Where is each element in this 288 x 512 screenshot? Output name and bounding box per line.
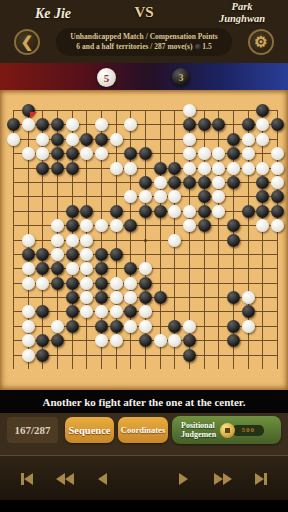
black-stone — [66, 205, 79, 218]
white-stone — [183, 147, 196, 160]
black-stone — [66, 291, 79, 304]
black-stone — [110, 248, 123, 261]
black-stone — [154, 205, 167, 218]
hoshi-point — [144, 239, 147, 242]
white-stone — [154, 176, 167, 189]
black-stone — [139, 176, 152, 189]
coin-icon — [220, 423, 235, 438]
black-stone — [51, 277, 64, 290]
white-stone — [242, 133, 255, 146]
move-counter: 167/287 — [7, 417, 58, 443]
black-stone — [80, 133, 93, 146]
white-stone — [271, 219, 284, 232]
gear-icon: ⚙ — [254, 33, 267, 51]
white-stone — [51, 320, 64, 333]
white-stone — [183, 133, 196, 146]
white-stone — [110, 334, 123, 347]
black-stone — [271, 190, 284, 203]
white-stone — [36, 147, 49, 160]
white-stone — [256, 118, 269, 131]
black-stone — [51, 262, 64, 275]
black-stone — [242, 305, 255, 318]
komi-stone-icon — [195, 44, 201, 50]
white-stone — [51, 219, 64, 232]
fast-forward-icon — [214, 473, 223, 485]
white-stone — [256, 162, 269, 175]
match-info-line2: 6 and a half territories / 287 move(s) 1… — [76, 42, 211, 52]
white-stone — [110, 305, 123, 318]
white-stone — [183, 320, 196, 333]
black-stone — [66, 147, 79, 160]
skip-to-end-icon — [255, 473, 264, 485]
black-stone — [51, 334, 64, 347]
white-stone — [7, 133, 20, 146]
black-stone — [36, 334, 49, 347]
white-stone — [242, 291, 255, 304]
white-stone — [110, 291, 123, 304]
white-stone — [22, 349, 35, 362]
black-stone — [168, 176, 181, 189]
commentary-bar: Another ko fight after the one at the ce… — [0, 390, 288, 413]
black-stone — [212, 118, 225, 131]
black-stone — [36, 305, 49, 318]
black-stone — [256, 190, 269, 203]
playback-bar: 5 1 1 5 — [0, 455, 288, 501]
black-stone — [139, 277, 152, 290]
white-stone — [124, 162, 137, 175]
chevron-left-icon: ❮ — [21, 33, 34, 51]
white-stone — [154, 334, 167, 347]
white-stone — [139, 305, 152, 318]
white-stone — [36, 133, 49, 146]
white-stone — [154, 190, 167, 203]
white-stone — [80, 248, 93, 261]
white-stone — [124, 118, 137, 131]
right-player-name: Park Junghwan — [198, 1, 286, 25]
black-stone — [227, 147, 240, 160]
white-stone — [95, 305, 108, 318]
forward-1-button[interactable] — [177, 456, 189, 501]
white-stone — [80, 147, 93, 160]
white-stone — [22, 234, 35, 247]
white-capture-count: 5 — [104, 72, 110, 84]
white-stone — [110, 277, 123, 290]
white-stone — [242, 320, 255, 333]
forward-icon — [179, 473, 188, 485]
black-stone — [139, 205, 152, 218]
black-stone — [168, 162, 181, 175]
black-stone — [154, 291, 167, 304]
white-stone — [124, 320, 137, 333]
black-stone — [271, 118, 284, 131]
black-stone — [66, 248, 79, 261]
black-stone — [110, 320, 123, 333]
black-stone — [183, 118, 196, 131]
black-stone — [271, 205, 284, 218]
black-stone — [51, 133, 64, 146]
black-stone — [183, 349, 196, 362]
white-stone — [168, 234, 181, 247]
black-stone — [66, 320, 79, 333]
black-stone — [198, 176, 211, 189]
white-stone — [198, 147, 211, 160]
white-stone — [110, 219, 123, 232]
black-stone — [36, 162, 49, 175]
toolbar: 167/287 Sequence Coordinates Positional … — [0, 413, 288, 455]
black-stone — [227, 176, 240, 189]
white-stone — [212, 176, 225, 189]
player-bar: ✦ ✦ — [0, 63, 288, 90]
black-stone — [22, 248, 35, 261]
white-stone — [66, 133, 79, 146]
settings-button[interactable]: ⚙ — [248, 29, 274, 55]
white-stone — [168, 190, 181, 203]
black-stone — [242, 205, 255, 218]
black-stone — [51, 147, 64, 160]
white-stone — [36, 277, 49, 290]
white-stone — [168, 334, 181, 347]
black-stone — [110, 205, 123, 218]
back-icon — [98, 473, 107, 485]
white-stone — [80, 277, 93, 290]
white-stone — [183, 104, 196, 117]
black-stone — [66, 219, 79, 232]
white-stone — [271, 176, 284, 189]
black-stone — [66, 162, 79, 175]
black-stone — [154, 162, 167, 175]
back-1-button[interactable] — [96, 456, 108, 501]
white-stone — [124, 190, 137, 203]
black-stone — [124, 147, 137, 160]
black-stone — [36, 349, 49, 362]
white-stone — [95, 118, 108, 131]
white-stone — [22, 305, 35, 318]
white-stone — [66, 118, 79, 131]
white-stone — [212, 162, 225, 175]
black-stone — [95, 277, 108, 290]
white-stone — [139, 320, 152, 333]
black-stone — [124, 305, 137, 318]
white-stone — [124, 277, 137, 290]
white-stone — [51, 248, 64, 261]
back-button[interactable]: ❮ — [14, 29, 40, 55]
white-stone — [95, 147, 108, 160]
black-stone — [36, 118, 49, 131]
white-stone — [271, 147, 284, 160]
first-move-button[interactable] — [19, 456, 35, 501]
coordinates-button[interactable]: Coordinates — [118, 417, 168, 443]
white-capture-stone: 5 — [97, 68, 116, 87]
judgement-cost-badge: 500 — [232, 425, 264, 436]
black-capture-count: 3 — [179, 72, 184, 83]
match-info: Unhandicapped Match / Compensation Point… — [56, 28, 232, 56]
black-stone — [95, 320, 108, 333]
black-stone — [95, 133, 108, 146]
black-stone — [95, 262, 108, 275]
white-stone — [22, 320, 35, 333]
black-stone — [242, 118, 255, 131]
white-stone — [80, 291, 93, 304]
black-stone — [66, 277, 79, 290]
white-stone — [256, 133, 269, 146]
black-stone — [183, 334, 196, 347]
black-stone — [198, 205, 211, 218]
white-stone — [66, 234, 79, 247]
black-stone — [51, 162, 64, 175]
white-stone — [198, 162, 211, 175]
black-stone — [256, 205, 269, 218]
black-stone — [183, 176, 196, 189]
white-stone — [212, 190, 225, 203]
board-grid — [13, 110, 278, 369]
black-stone — [139, 334, 152, 347]
white-stone — [110, 162, 123, 175]
rewind-5-button[interactable] — [54, 456, 76, 501]
black-stone — [124, 262, 137, 275]
black-stone — [227, 291, 240, 304]
white-stone — [183, 205, 196, 218]
black-stone — [227, 219, 240, 232]
black-stone — [227, 234, 240, 247]
white-stone — [212, 205, 225, 218]
black-stone — [168, 320, 181, 333]
white-stone — [242, 147, 255, 160]
positional-judgement-button[interactable]: Positional Judgemen 500 — [172, 416, 281, 444]
white-stone — [139, 190, 152, 203]
white-stone — [183, 219, 196, 232]
white-stone — [80, 262, 93, 275]
black-stone — [36, 262, 49, 275]
white-stone — [183, 162, 196, 175]
white-stone — [256, 219, 269, 232]
vs-label: VS — [130, 4, 158, 21]
black-stone — [198, 219, 211, 232]
commentary-text: Another ko fight after the one at the ce… — [43, 396, 246, 408]
black-stone — [256, 176, 269, 189]
white-stone — [51, 234, 64, 247]
white-stone — [271, 162, 284, 175]
white-stone — [110, 133, 123, 146]
white-stone — [139, 262, 152, 275]
black-stone — [227, 320, 240, 333]
white-stone — [227, 162, 240, 175]
app-screen: ❮ Unhandicapped Match / Compensation Poi… — [0, 0, 288, 512]
black-stone — [124, 219, 137, 232]
white-stone — [95, 334, 108, 347]
match-info-line1: Unhandicapped Match / Compensation Point… — [70, 32, 218, 42]
white-stone — [242, 162, 255, 175]
white-stone — [22, 147, 35, 160]
black-stone — [95, 248, 108, 261]
black-stone — [80, 205, 93, 218]
black-stone — [66, 305, 79, 318]
black-stone — [227, 133, 240, 146]
left-player-name: Ke Jie — [0, 3, 106, 24]
positional-judgement-label: Positional Judgemen — [181, 421, 216, 439]
last-move-button[interactable] — [253, 456, 269, 501]
black-capture-stone: 3 — [172, 68, 190, 86]
white-stone — [22, 277, 35, 290]
white-stone — [168, 205, 181, 218]
fast-forward-5-button[interactable] — [212, 456, 234, 501]
black-stone — [139, 291, 152, 304]
white-stone — [124, 291, 137, 304]
go-board[interactable] — [0, 90, 288, 390]
black-stone — [7, 118, 20, 131]
black-stone — [51, 118, 64, 131]
white-stone — [80, 234, 93, 247]
white-stone — [22, 118, 35, 131]
black-stone — [198, 118, 211, 131]
black-stone — [227, 334, 240, 347]
black-stone — [198, 190, 211, 203]
bottom-filler — [0, 500, 288, 512]
black-stone — [95, 291, 108, 304]
black-stone — [36, 248, 49, 261]
white-stone — [66, 262, 79, 275]
black-stone — [256, 104, 269, 117]
white-stone — [212, 147, 225, 160]
komi-value: 1.5 — [202, 42, 211, 51]
rewind-icon — [56, 473, 65, 485]
sequence-button[interactable]: Sequence — [65, 417, 114, 443]
black-stone — [139, 147, 152, 160]
white-stone — [22, 334, 35, 347]
white-stone — [80, 219, 93, 232]
white-stone — [95, 219, 108, 232]
white-stone — [80, 305, 93, 318]
white-stone — [22, 262, 35, 275]
